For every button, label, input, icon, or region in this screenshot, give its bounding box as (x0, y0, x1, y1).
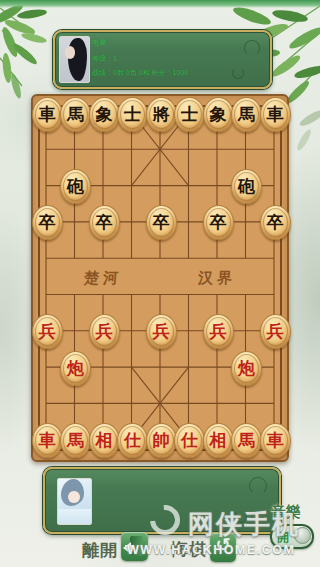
avatar-robe (58, 509, 91, 524)
piece-兵[interactable]: 兵 (32, 314, 63, 349)
panel-flourish (244, 40, 260, 56)
piece-馬[interactable]: 馬 (60, 423, 91, 458)
piece-卒[interactable]: 卒 (260, 205, 291, 240)
piece-砲[interactable]: 砲 (231, 169, 262, 204)
piece-兵[interactable]: 兵 (260, 314, 291, 349)
piece-象[interactable]: 象 (203, 97, 234, 132)
xiangqi-board[interactable]: 楚河 汉界 車馬象士將士象馬車砲砲卒卒卒卒卒兵兵兵兵兵炮炮車馬相仕帥仕相馬車 (31, 94, 289, 462)
piece-卒[interactable]: 卒 (146, 205, 177, 240)
piece-卒[interactable]: 卒 (203, 205, 234, 240)
piece-仕[interactable]: 仕 (117, 423, 148, 458)
piece-馬[interactable]: 馬 (231, 423, 262, 458)
piece-車[interactable]: 車 (32, 97, 63, 132)
piece-炮[interactable]: 炮 (60, 351, 91, 386)
piece-兵[interactable]: 兵 (89, 314, 120, 349)
piece-砲[interactable]: 砲 (60, 169, 91, 204)
opponent-level: 等级：1 (92, 55, 117, 63)
piece-車[interactable]: 車 (32, 423, 63, 458)
opponent-avatar[interactable] (59, 36, 90, 83)
opponent-stats: 战绩：0胜 0负 0和 积分：1000 (92, 69, 188, 77)
board-grid (33, 96, 287, 460)
piece-兵[interactable]: 兵 (203, 314, 234, 349)
piece-兵[interactable]: 兵 (146, 314, 177, 349)
panel-flourish (249, 477, 267, 495)
piece-將[interactable]: 將 (146, 97, 177, 132)
piece-相[interactable]: 相 (203, 423, 234, 458)
leave-button[interactable]: 離開 (82, 539, 118, 562)
piece-仕[interactable]: 仕 (174, 423, 205, 458)
opponent-name: 电脑 (92, 39, 106, 47)
piece-馬[interactable]: 馬 (60, 97, 91, 132)
piece-卒[interactable]: 卒 (89, 205, 120, 240)
piece-象[interactable]: 象 (89, 97, 120, 132)
piece-馬[interactable]: 馬 (231, 97, 262, 132)
watermark-url: WWW.HACKHOME.COM (127, 543, 295, 557)
avatar-hair (68, 38, 87, 81)
piece-車[interactable]: 車 (260, 97, 291, 132)
player-avatar[interactable] (57, 478, 92, 525)
piece-車[interactable]: 車 (260, 423, 291, 458)
piece-卒[interactable]: 卒 (32, 205, 63, 240)
river-label-left: 楚河 (83, 269, 122, 288)
piece-士[interactable]: 士 (117, 97, 148, 132)
avatar-face (65, 46, 75, 59)
panel-flourish (232, 67, 244, 79)
river-label-right: 汉界 (197, 269, 236, 288)
piece-帥[interactable]: 帥 (146, 423, 177, 458)
avatar-face (68, 491, 80, 504)
top-green-strip (0, 0, 320, 8)
piece-相[interactable]: 相 (89, 423, 120, 458)
piece-士[interactable]: 士 (174, 97, 205, 132)
opponent-info-panel: 电脑 等级：1 战绩：0胜 0负 0和 积分：1000 (53, 30, 272, 89)
watermark-brand: 网侠手机 (188, 507, 300, 542)
piece-炮[interactable]: 炮 (231, 351, 262, 386)
